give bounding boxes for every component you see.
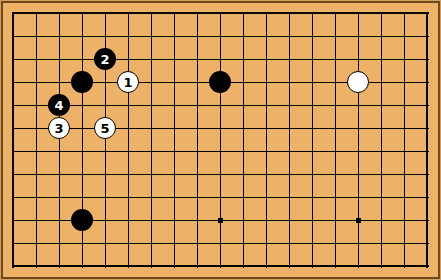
grid-hline — [12, 151, 429, 152]
grid-hline — [12, 12, 429, 14]
black-stone-k16 — [209, 71, 231, 93]
star-point-q10 — [356, 218, 361, 223]
white-stone-q16 — [347, 71, 369, 93]
grid-hline — [12, 174, 429, 175]
grid-vline — [426, 12, 428, 268]
black-stone-e17-move-2: 2 — [94, 48, 116, 70]
grid-hline — [12, 105, 429, 106]
star-point-k10 — [218, 218, 223, 223]
white-stone-e14-move-5: 5 — [94, 117, 116, 139]
grid-vline — [312, 12, 313, 268]
grid-hline — [12, 128, 429, 129]
grid-hline — [12, 265, 429, 267]
grid-hline — [12, 243, 429, 244]
white-stone-c14-move-3: 3 — [48, 117, 70, 139]
grid-vline — [243, 12, 244, 268]
grid-vline — [128, 12, 129, 268]
grid-vline — [289, 12, 290, 268]
black-stone-d10 — [71, 209, 93, 231]
black-stone-c15-move-4: 4 — [48, 94, 70, 116]
grid-vline — [197, 12, 198, 268]
grid-vline — [381, 12, 382, 268]
grid-vline — [358, 12, 359, 268]
go-board: 12345 — [0, 0, 441, 280]
grid-vline — [335, 12, 336, 268]
grid-vline — [151, 12, 152, 268]
grid-vline — [59, 12, 60, 268]
grid-hline — [12, 197, 429, 198]
black-stone-d16 — [71, 71, 93, 93]
grid-hline — [12, 59, 429, 60]
white-stone-f16-move-1: 1 — [117, 71, 139, 93]
grid-vline — [12, 12, 14, 268]
grid-vline — [36, 12, 37, 268]
grid-vline — [266, 12, 267, 268]
grid-hline — [12, 36, 429, 37]
go-diagram: 12345 — [0, 0, 441, 280]
grid-vline — [220, 12, 221, 268]
grid-vline — [404, 12, 405, 268]
grid-vline — [174, 12, 175, 268]
